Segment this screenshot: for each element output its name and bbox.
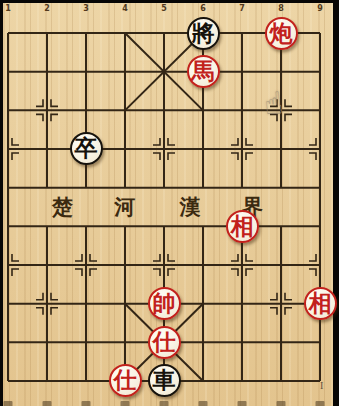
bottom-label-marks bbox=[3, 399, 333, 406]
pieces-layer: 將炮馬卒相帥相仕仕車 bbox=[0, 14, 339, 401]
xiangqi-board: 123456789 楚 河 漢 界 將炮馬卒相帥相仕仕車 ☝ I bbox=[3, 3, 333, 406]
red-advisor[interactable]: 仕 bbox=[148, 326, 181, 359]
ibeam-cursor-artifact: I bbox=[320, 380, 323, 391]
red-advisor[interactable]: 仕 bbox=[109, 364, 142, 397]
red-elephant[interactable]: 相 bbox=[226, 210, 259, 243]
bottom-label-mark bbox=[238, 401, 247, 406]
file-label-5: 5 bbox=[161, 4, 167, 14]
bottom-label-mark bbox=[277, 401, 286, 406]
red-horse[interactable]: 馬 bbox=[187, 55, 220, 88]
bottom-label-mark bbox=[4, 401, 13, 406]
file-label-9: 9 bbox=[317, 4, 323, 14]
bottom-label-mark bbox=[160, 401, 169, 406]
black-soldier[interactable]: 卒 bbox=[70, 132, 103, 165]
red-general[interactable]: 帥 bbox=[148, 287, 181, 320]
red-cannon[interactable]: 炮 bbox=[265, 17, 298, 50]
file-label-8: 8 bbox=[278, 4, 284, 14]
file-label-4: 4 bbox=[122, 4, 128, 14]
file-label-7: 7 bbox=[239, 4, 245, 14]
file-label-2: 2 bbox=[44, 4, 50, 14]
file-label-1: 1 bbox=[5, 4, 11, 14]
board-grid[interactable]: 楚 河 漢 界 將炮馬卒相帥相仕仕車 ☝ bbox=[8, 33, 320, 381]
bottom-label-mark bbox=[82, 401, 91, 406]
app-window: 123456789 楚 河 漢 界 將炮馬卒相帥相仕仕車 ☝ I bbox=[0, 0, 339, 406]
bottom-label-mark bbox=[121, 401, 130, 406]
black-general[interactable]: 將 bbox=[187, 17, 220, 50]
bottom-label-mark bbox=[316, 401, 325, 406]
bottom-label-mark bbox=[43, 401, 52, 406]
file-label-3: 3 bbox=[83, 4, 89, 14]
red-elephant[interactable]: 相 bbox=[304, 287, 337, 320]
black-chariot[interactable]: 車 bbox=[148, 364, 181, 397]
file-label-6: 6 bbox=[200, 4, 206, 14]
bottom-label-mark bbox=[199, 401, 208, 406]
